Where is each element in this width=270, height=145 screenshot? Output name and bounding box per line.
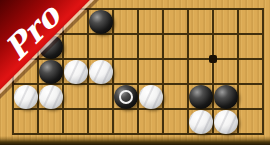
board-cell	[13, 109, 38, 134]
board-cell	[113, 109, 138, 134]
board-cell	[163, 59, 188, 84]
board-cell	[138, 34, 163, 59]
board-cell	[188, 109, 213, 134]
board-cell	[213, 84, 238, 109]
last-move-marker	[119, 90, 133, 104]
board-cell	[238, 59, 263, 84]
board-cell	[213, 34, 238, 59]
board-cell	[138, 59, 163, 84]
board-cell	[238, 109, 263, 134]
board-cell	[188, 34, 213, 59]
black-stone	[189, 85, 213, 109]
board-cell	[238, 84, 263, 109]
board-cell	[213, 9, 238, 34]
white-stone	[139, 85, 163, 109]
white-stone	[214, 110, 238, 134]
pro-ribbon: Pro	[0, 0, 104, 104]
board-cell	[213, 109, 238, 134]
board-cell	[138, 109, 163, 134]
board-cell	[113, 9, 138, 34]
board-cell	[213, 59, 238, 84]
board-cell	[113, 59, 138, 84]
board-cell	[163, 34, 188, 59]
board-cell	[113, 34, 138, 59]
board-cell	[88, 109, 113, 134]
board-cell	[163, 9, 188, 34]
board-cell	[188, 84, 213, 109]
board-cell	[188, 9, 213, 34]
go-app-banner: Pro	[0, 0, 270, 145]
board-cell	[38, 109, 63, 134]
board-cell	[163, 84, 188, 109]
white-stone	[189, 110, 213, 134]
board-cell	[138, 9, 163, 34]
board-cell	[238, 34, 263, 59]
board-cell	[63, 109, 88, 134]
board-cell	[138, 84, 163, 109]
black-stone	[214, 85, 238, 109]
board-cell	[163, 109, 188, 134]
board-cell	[113, 84, 138, 109]
board-cell	[188, 59, 213, 84]
board-cell	[238, 9, 263, 34]
black-stone	[114, 85, 138, 109]
